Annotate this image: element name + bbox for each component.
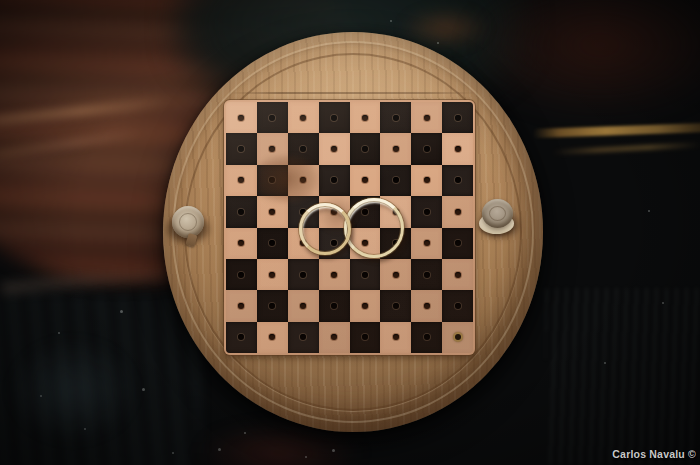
scratch-line (228, 92, 478, 94)
peg-hole (300, 272, 306, 278)
peg-hole (362, 334, 368, 340)
photographer-credit: Carlos Navalu © (612, 448, 696, 460)
board-square[interactable] (226, 322, 257, 353)
board-square[interactable] (319, 290, 350, 321)
peg-hole (455, 240, 461, 246)
peg-hole (362, 146, 368, 152)
dust-speck (390, 20, 392, 22)
board-square[interactable] (380, 165, 411, 196)
background-gold-streak (552, 142, 700, 155)
peg-hole (238, 240, 244, 246)
background-gray-streaks (545, 288, 700, 465)
wooden-knob-right (482, 199, 513, 228)
peg-hole (300, 146, 306, 152)
board-square[interactable] (288, 290, 319, 321)
peg-hole (300, 115, 306, 121)
board-square[interactable] (442, 102, 473, 133)
wedding-ring-small (299, 203, 351, 255)
dust-speck (40, 395, 42, 397)
board-square[interactable] (319, 259, 350, 290)
peg-hole (300, 303, 306, 309)
peg-hole (269, 209, 275, 215)
board-square[interactable] (288, 133, 319, 164)
knob-ring (489, 206, 506, 221)
dust-speck (142, 388, 145, 391)
board-square[interactable] (226, 259, 257, 290)
background-gold-streak (533, 123, 700, 138)
peg-hole (424, 177, 430, 183)
board-square[interactable] (257, 228, 288, 259)
board-square[interactable] (319, 165, 350, 196)
peg-hole (393, 115, 399, 121)
board-square[interactable] (350, 322, 381, 353)
dust-speck (305, 456, 307, 458)
board-square[interactable] (411, 322, 442, 353)
dust-speck (437, 42, 439, 44)
board-square[interactable] (319, 322, 350, 353)
board-square[interactable] (411, 196, 442, 227)
board-square[interactable] (380, 290, 411, 321)
board-square[interactable] (257, 102, 288, 133)
dust-speck (58, 332, 60, 334)
peg-hole (424, 209, 430, 215)
board-square[interactable] (350, 133, 381, 164)
board-square[interactable] (288, 102, 319, 133)
peg-hole (238, 146, 244, 152)
board-square[interactable] (350, 290, 381, 321)
board-square[interactable] (442, 196, 473, 227)
board-square[interactable] (442, 290, 473, 321)
board-square[interactable] (350, 165, 381, 196)
dust-speck (244, 432, 246, 434)
peg-hole (362, 177, 368, 183)
board-square[interactable] (380, 133, 411, 164)
peg-hole (455, 303, 461, 309)
board-square[interactable] (257, 133, 288, 164)
peg-hole (300, 334, 306, 340)
dust-speck (604, 362, 606, 364)
board-square[interactable] (350, 102, 381, 133)
board-square[interactable] (411, 259, 442, 290)
peg-hole (362, 115, 368, 121)
peg-hole (238, 272, 244, 278)
peg-hole (331, 303, 337, 309)
board-square[interactable] (288, 259, 319, 290)
dust-speck (662, 302, 664, 304)
board-square[interactable] (442, 165, 473, 196)
peg-hole (269, 303, 275, 309)
peg-hole (331, 115, 337, 121)
peg-hole (362, 272, 368, 278)
board-square[interactable] (380, 322, 411, 353)
peg-hole (393, 146, 399, 152)
peg-hole (424, 115, 430, 121)
board-square[interactable] (257, 259, 288, 290)
peg-hole (455, 272, 461, 278)
peg-hole (331, 177, 337, 183)
board-square[interactable] (380, 259, 411, 290)
peg-hole (238, 334, 244, 340)
peg-hole (393, 303, 399, 309)
board-square[interactable] (442, 228, 473, 259)
board-square[interactable] (226, 102, 257, 133)
board-square[interactable] (257, 290, 288, 321)
board-square[interactable] (442, 259, 473, 290)
board-square[interactable] (442, 133, 473, 164)
board-square[interactable] (257, 322, 288, 353)
board-square[interactable] (411, 165, 442, 196)
board-square[interactable] (226, 228, 257, 259)
peg-hole (331, 334, 337, 340)
peg-hole (269, 146, 275, 152)
board-square[interactable] (411, 228, 442, 259)
peg-hole (238, 115, 244, 121)
peg-hole (393, 177, 399, 183)
wedding-ring-large (344, 198, 404, 258)
board-square[interactable] (257, 196, 288, 227)
board-square[interactable] (350, 259, 381, 290)
peg-hole (455, 146, 461, 152)
peg-hole (269, 334, 275, 340)
board-square[interactable] (319, 102, 350, 133)
dust-speck (84, 428, 86, 430)
board-square[interactable] (288, 165, 319, 196)
peg-hole (393, 334, 399, 340)
peg-hole (269, 272, 275, 278)
peg-hole (331, 146, 337, 152)
peg-hole (362, 303, 368, 309)
board-square[interactable] (288, 322, 319, 353)
peg-hole (455, 115, 461, 121)
peg-hole (424, 240, 430, 246)
peg-hole (269, 177, 275, 183)
dust-speck (648, 210, 650, 212)
peg-hole (238, 303, 244, 309)
peg-hole (331, 272, 337, 278)
board-square[interactable] (226, 165, 257, 196)
peg-hole (269, 115, 275, 121)
background-blue-smudge (8, 338, 138, 443)
dust-speck (218, 448, 221, 451)
dust-speck (120, 310, 123, 313)
peg-hole (455, 177, 461, 183)
peg-hole (424, 146, 430, 152)
peg-hole (300, 177, 306, 183)
photo-scene: Carlos Navalu © (0, 0, 700, 465)
peg-hole (238, 209, 244, 215)
peg-hole (269, 240, 275, 246)
peg-hole (424, 334, 430, 340)
board-square[interactable] (226, 133, 257, 164)
peg-hole (393, 272, 399, 278)
knob-ring (179, 213, 197, 231)
board-square[interactable] (411, 102, 442, 133)
board-square[interactable] (226, 196, 257, 227)
board-square[interactable] (411, 290, 442, 321)
peg-hole (238, 177, 244, 183)
board-square[interactable] (257, 165, 288, 196)
dust-speck (332, 449, 335, 452)
peg-hole (455, 334, 461, 340)
peg-hole (424, 303, 430, 309)
board-square[interactable] (319, 133, 350, 164)
board-square[interactable] (380, 102, 411, 133)
board-square[interactable] (226, 290, 257, 321)
board-square[interactable] (442, 322, 473, 353)
board-square[interactable] (411, 133, 442, 164)
peg-hole (455, 209, 461, 215)
peg-hole (424, 272, 430, 278)
dust-speck (172, 452, 174, 454)
